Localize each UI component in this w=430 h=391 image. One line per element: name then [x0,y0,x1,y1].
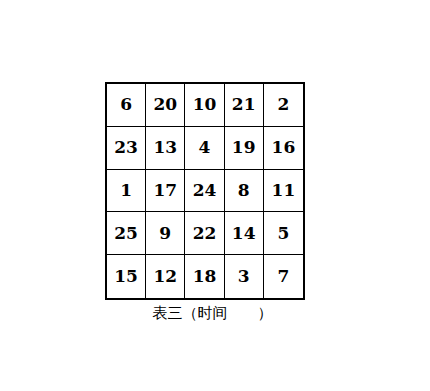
grid-cell-r3c3: 24 [185,170,224,213]
grid-cell-r2c1: 23 [107,127,146,170]
grid-cell-r2c5: 16 [264,127,303,170]
grid-cell-r5c1: 15 [107,255,146,298]
grid-cell-r2c4: 19 [225,127,264,170]
grid-cell-r1c2: 20 [146,84,185,127]
grid-cell-r4c4: 14 [225,212,264,255]
grid-cell-r3c1: 1 [107,170,146,213]
grid-cell-r1c4: 21 [225,84,264,127]
grid-cell-r3c5: 11 [264,170,303,213]
schulte-board: 6201021223134191611724811259221451512183… [105,82,305,300]
grid-cell-r5c4: 3 [225,255,264,298]
grid-cell-r5c3: 18 [185,255,224,298]
grid-cell-r3c2: 17 [146,170,185,213]
grid-cell-r2c2: 13 [146,127,185,170]
grid-cell-r2c3: 4 [185,127,224,170]
grid-cell-r4c3: 22 [185,212,224,255]
grid-cell-r5c5: 7 [264,255,303,298]
grid-cell-r4c2: 9 [146,212,185,255]
grid-cell-r1c5: 2 [264,84,303,127]
grid-cell-r3c4: 8 [225,170,264,213]
grid-cell-r1c3: 10 [185,84,224,127]
grid-cell-r5c2: 12 [146,255,185,298]
grid-cell-r1c1: 6 [107,84,146,127]
grid-cell-r4c5: 5 [264,212,303,255]
table-caption: 表三（时间 ） [105,304,320,322]
grid-cell-r4c1: 25 [107,212,146,255]
